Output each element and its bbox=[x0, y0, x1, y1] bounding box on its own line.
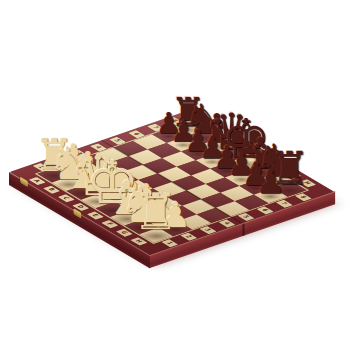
piece-dark-pawn-h7[interactable]: ♟ bbox=[256, 166, 285, 199]
pieces-layer: ♜♞♝♛♚♝♞♜♟♟♟♟♟♟♟♟♟♟♟♟♟♟♟♟♜♞♝♛♚♝♞♜ bbox=[0, 0, 352, 352]
piece-light-rook-h1[interactable]: ♜ bbox=[134, 188, 179, 238]
chess-set-photo: AA88BB77CC66DD55EE44FF33GG22HH11 ♜♞♝♛♚♝♞… bbox=[0, 0, 352, 352]
